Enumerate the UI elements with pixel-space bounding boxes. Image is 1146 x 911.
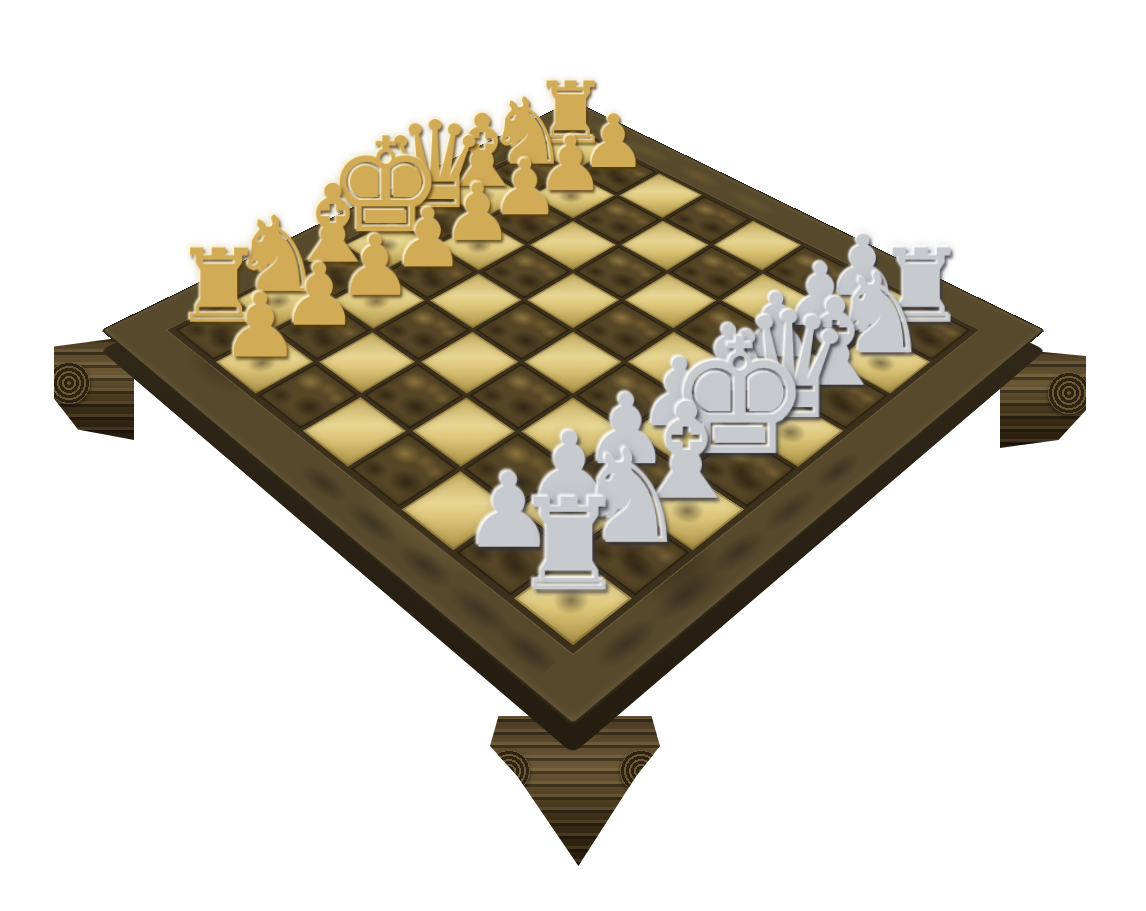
piece-silver-rook[interactable]: ♜ xyxy=(512,481,626,608)
scene: ♜♟♟♜♞♟♟♞♝♟♟♝♛♟♟♛♚♟♟♚♝♟♟♝♞♟♟♞♜♟♟♜ xyxy=(0,0,1146,911)
board-grid: ♜♟♟♜♞♟♟♞♝♟♟♝♛♟♟♛♚♟♟♚♝♟♟♝♞♟♟♞♜♟♟♜ xyxy=(166,126,981,655)
square-h8[interactable]: ♜ xyxy=(514,555,632,645)
piece-gold-pawn[interactable]: ♟ xyxy=(221,281,300,370)
board-frame: ♜♟♟♜♞♟♟♞♝♟♟♝♛♟♟♛♚♟♟♚♝♟♟♝♞♟♟♞♜♟♟♜ xyxy=(101,100,1046,726)
